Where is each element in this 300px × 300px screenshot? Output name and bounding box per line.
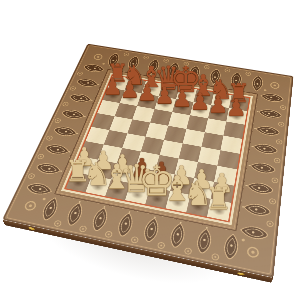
square-h1 <box>207 199 231 221</box>
brass-latch-left <box>28 227 35 231</box>
brass-latch-right <box>237 272 245 276</box>
chess-set-photo: ♜♞♝♛♚♝♞♜♟♟♟♟♟♟♟♟♟♟♟♟♟♟♟♟♜♞♝♛♚♝♞♜ <box>0 0 300 300</box>
